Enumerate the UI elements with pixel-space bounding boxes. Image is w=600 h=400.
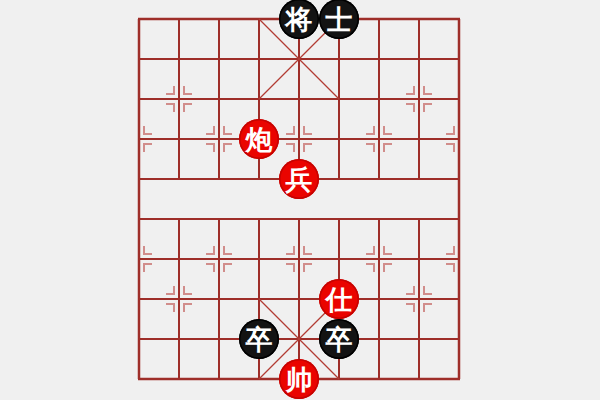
xiangqi-board: 将 士 炮 兵 仕 卒 卒 帅 xyxy=(0,0,600,400)
piece-black-soldier-left[interactable]: 卒 xyxy=(239,319,279,359)
piece-black-general[interactable]: 将 xyxy=(279,0,319,39)
piece-black-advisor[interactable]: 士 xyxy=(319,0,359,39)
piece-red-soldier[interactable]: 兵 xyxy=(279,159,319,199)
piece-red-advisor[interactable]: 仕 xyxy=(319,279,359,319)
piece-black-soldier-right[interactable]: 卒 xyxy=(319,319,359,359)
piece-red-general[interactable]: 帅 xyxy=(279,359,319,399)
board-grid xyxy=(0,0,600,400)
piece-red-cannon[interactable]: 炮 xyxy=(239,119,279,159)
